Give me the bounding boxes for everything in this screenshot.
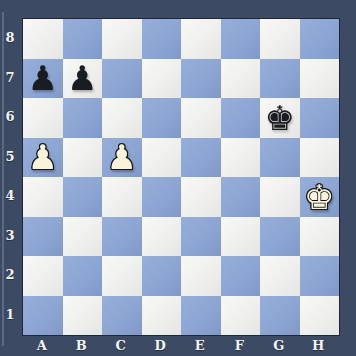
square-d7[interactable] <box>142 59 182 99</box>
square-c3[interactable] <box>102 217 142 257</box>
square-h7[interactable] <box>300 59 340 99</box>
square-e8[interactable] <box>181 19 221 59</box>
square-d3[interactable] <box>142 217 182 257</box>
square-a3[interactable] <box>23 217 63 257</box>
white-king-h4[interactable]: ♚ <box>304 180 334 214</box>
square-d5[interactable] <box>142 138 182 178</box>
white-pawn-a5[interactable]: ♟ <box>28 140 58 174</box>
black-king-g6[interactable]: ♚ <box>265 101 295 135</box>
square-g3[interactable] <box>260 217 300 257</box>
square-a2[interactable] <box>23 256 63 296</box>
file-label-c: C <box>101 338 141 354</box>
square-d8[interactable] <box>142 19 182 59</box>
square-a5[interactable]: ♟ <box>23 138 63 178</box>
rank-label-5: 5 <box>0 137 20 177</box>
rank-label-6: 6 <box>0 97 20 137</box>
rank-label-3: 3 <box>0 216 20 256</box>
square-d1[interactable] <box>142 296 182 336</box>
square-e5[interactable] <box>181 138 221 178</box>
square-f3[interactable] <box>221 217 261 257</box>
square-c7[interactable] <box>102 59 142 99</box>
square-g1[interactable] <box>260 296 300 336</box>
square-a7[interactable]: ♟ <box>23 59 63 99</box>
rank-label-7: 7 <box>0 58 20 98</box>
square-b3[interactable] <box>63 217 103 257</box>
white-pawn-c5[interactable]: ♟ <box>107 140 137 174</box>
square-d4[interactable] <box>142 177 182 217</box>
square-b4[interactable] <box>63 177 103 217</box>
square-c8[interactable] <box>102 19 142 59</box>
black-pawn-b7[interactable]: ♟ <box>67 61 97 95</box>
square-d6[interactable] <box>142 98 182 138</box>
square-f1[interactable] <box>221 296 261 336</box>
square-g8[interactable] <box>260 19 300 59</box>
square-g5[interactable] <box>260 138 300 178</box>
square-b2[interactable] <box>63 256 103 296</box>
file-label-f: F <box>220 338 260 354</box>
file-label-b: B <box>62 338 102 354</box>
square-g6[interactable]: ♚ <box>260 98 300 138</box>
square-f5[interactable] <box>221 138 261 178</box>
square-h1[interactable] <box>300 296 340 336</box>
square-f8[interactable] <box>221 19 261 59</box>
square-f2[interactable] <box>221 256 261 296</box>
square-c6[interactable] <box>102 98 142 138</box>
rank-label-2: 2 <box>0 255 20 295</box>
square-f4[interactable] <box>221 177 261 217</box>
square-a4[interactable] <box>23 177 63 217</box>
square-a6[interactable] <box>23 98 63 138</box>
rank-label-8: 8 <box>0 18 20 58</box>
chess-board: ♟♟♚♟♟♚ <box>22 18 340 336</box>
square-b6[interactable] <box>63 98 103 138</box>
file-label-e: E <box>180 338 220 354</box>
black-pawn-a7[interactable]: ♟ <box>28 61 58 95</box>
rank-label-4: 4 <box>0 176 20 216</box>
square-h2[interactable] <box>300 256 340 296</box>
square-c1[interactable] <box>102 296 142 336</box>
chess-diagram: ♟♟♚♟♟♚ 87654321 ABCDEFGH <box>0 0 356 356</box>
square-h5[interactable] <box>300 138 340 178</box>
rank-label-1: 1 <box>0 295 20 335</box>
square-a1[interactable] <box>23 296 63 336</box>
square-g7[interactable] <box>260 59 300 99</box>
square-e4[interactable] <box>181 177 221 217</box>
square-g4[interactable] <box>260 177 300 217</box>
square-h8[interactable] <box>300 19 340 59</box>
square-e2[interactable] <box>181 256 221 296</box>
file-label-h: H <box>299 338 339 354</box>
square-h3[interactable] <box>300 217 340 257</box>
square-h6[interactable] <box>300 98 340 138</box>
square-c5[interactable]: ♟ <box>102 138 142 178</box>
square-b1[interactable] <box>63 296 103 336</box>
square-c4[interactable] <box>102 177 142 217</box>
square-b5[interactable] <box>63 138 103 178</box>
square-c2[interactable] <box>102 256 142 296</box>
square-f7[interactable] <box>221 59 261 99</box>
file-label-a: A <box>22 338 62 354</box>
square-a8[interactable] <box>23 19 63 59</box>
square-b7[interactable]: ♟ <box>63 59 103 99</box>
file-label-g: G <box>259 338 299 354</box>
square-e6[interactable] <box>181 98 221 138</box>
square-e7[interactable] <box>181 59 221 99</box>
square-f6[interactable] <box>221 98 261 138</box>
square-e1[interactable] <box>181 296 221 336</box>
square-e3[interactable] <box>181 217 221 257</box>
square-b8[interactable] <box>63 19 103 59</box>
square-h4[interactable]: ♚ <box>300 177 340 217</box>
square-g2[interactable] <box>260 256 300 296</box>
square-d2[interactable] <box>142 256 182 296</box>
file-label-d: D <box>141 338 181 354</box>
